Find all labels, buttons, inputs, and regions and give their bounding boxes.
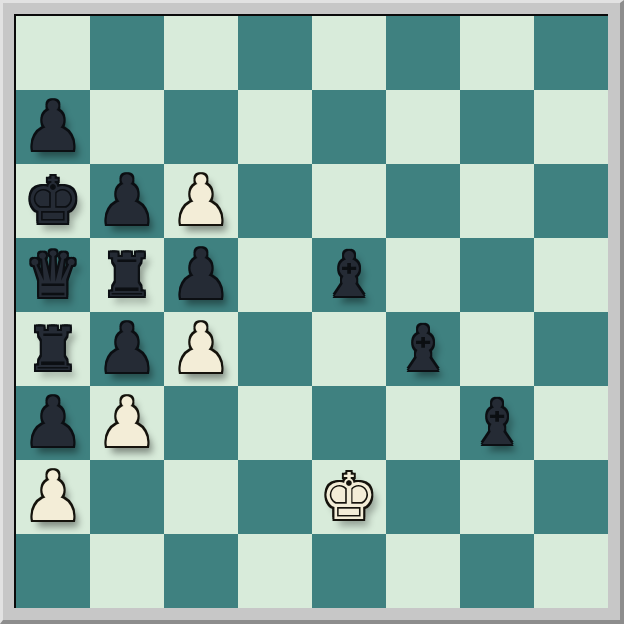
square-g2[interactable] <box>460 460 534 534</box>
square-e1[interactable] <box>312 534 386 608</box>
square-a1[interactable] <box>16 534 90 608</box>
square-b5[interactable]: ♜ <box>90 238 164 312</box>
square-a2[interactable]: ♟ <box>16 460 90 534</box>
square-d8[interactable] <box>238 16 312 90</box>
square-a8[interactable] <box>16 16 90 90</box>
square-b3[interactable]: ♟ <box>90 386 164 460</box>
square-c8[interactable] <box>164 16 238 90</box>
square-d6[interactable] <box>238 164 312 238</box>
black-bishop-f4: ♝ <box>395 312 451 386</box>
square-f8[interactable] <box>386 16 460 90</box>
white-pawn-a2: ♟ <box>23 460 84 534</box>
black-pawn-b6: ♟ <box>97 164 158 238</box>
square-e5[interactable]: ♝ <box>312 238 386 312</box>
square-a6[interactable]: ♚ <box>16 164 90 238</box>
square-d2[interactable] <box>238 460 312 534</box>
square-h6[interactable] <box>534 164 608 238</box>
square-e6[interactable] <box>312 164 386 238</box>
white-pawn-b3: ♟ <box>97 386 158 460</box>
square-d5[interactable] <box>238 238 312 312</box>
black-bishop-e5: ♝ <box>321 238 377 312</box>
square-g7[interactable] <box>460 90 534 164</box>
white-king-e2: ♚ <box>320 460 377 534</box>
black-pawn-a3: ♟ <box>23 386 84 460</box>
square-h5[interactable] <box>534 238 608 312</box>
square-b8[interactable] <box>90 16 164 90</box>
square-f2[interactable] <box>386 460 460 534</box>
square-d1[interactable] <box>238 534 312 608</box>
square-h1[interactable] <box>534 534 608 608</box>
square-h8[interactable] <box>534 16 608 90</box>
square-a5[interactable]: ♛ <box>16 238 90 312</box>
black-king-a6: ♚ <box>24 164 81 238</box>
square-h4[interactable] <box>534 312 608 386</box>
black-queen-a5: ♛ <box>24 238 81 312</box>
square-b2[interactable] <box>90 460 164 534</box>
square-c1[interactable] <box>164 534 238 608</box>
square-e7[interactable] <box>312 90 386 164</box>
square-e8[interactable] <box>312 16 386 90</box>
square-c3[interactable] <box>164 386 238 460</box>
square-c2[interactable] <box>164 460 238 534</box>
square-h3[interactable] <box>534 386 608 460</box>
square-d7[interactable] <box>238 90 312 164</box>
black-pawn-a7: ♟ <box>23 90 84 164</box>
square-h2[interactable] <box>534 460 608 534</box>
black-rook-a4: ♜ <box>26 312 80 386</box>
white-pawn-c6: ♟ <box>171 164 232 238</box>
square-f4[interactable]: ♝ <box>386 312 460 386</box>
square-c7[interactable] <box>164 90 238 164</box>
black-bishop-g3: ♝ <box>469 386 525 460</box>
square-c6[interactable]: ♟ <box>164 164 238 238</box>
square-g3[interactable]: ♝ <box>460 386 534 460</box>
square-b1[interactable] <box>90 534 164 608</box>
square-e3[interactable] <box>312 386 386 460</box>
square-b6[interactable]: ♟ <box>90 164 164 238</box>
square-c5[interactable]: ♟ <box>164 238 238 312</box>
square-f5[interactable] <box>386 238 460 312</box>
black-pawn-c5: ♟ <box>171 238 232 312</box>
square-g4[interactable] <box>460 312 534 386</box>
square-g5[interactable] <box>460 238 534 312</box>
square-g6[interactable] <box>460 164 534 238</box>
white-pawn-c4: ♟ <box>171 312 232 386</box>
square-f3[interactable] <box>386 386 460 460</box>
square-g8[interactable] <box>460 16 534 90</box>
square-h7[interactable] <box>534 90 608 164</box>
square-d3[interactable] <box>238 386 312 460</box>
square-b7[interactable] <box>90 90 164 164</box>
square-e4[interactable] <box>312 312 386 386</box>
square-g1[interactable] <box>460 534 534 608</box>
square-d4[interactable] <box>238 312 312 386</box>
square-f6[interactable] <box>386 164 460 238</box>
board-frame: ♟♚♟♟♛♜♟♝♜♟♟♝♟♟♝♟♚ <box>0 0 624 624</box>
square-a7[interactable]: ♟ <box>16 90 90 164</box>
square-f7[interactable] <box>386 90 460 164</box>
square-f1[interactable] <box>386 534 460 608</box>
square-c4[interactable]: ♟ <box>164 312 238 386</box>
square-a4[interactable]: ♜ <box>16 312 90 386</box>
square-e2[interactable]: ♚ <box>312 460 386 534</box>
chess-board: ♟♚♟♟♛♜♟♝♜♟♟♝♟♟♝♟♚ <box>14 14 608 608</box>
black-pawn-b4: ♟ <box>97 312 158 386</box>
square-a3[interactable]: ♟ <box>16 386 90 460</box>
square-b4[interactable]: ♟ <box>90 312 164 386</box>
black-rook-b5: ♜ <box>100 238 154 312</box>
